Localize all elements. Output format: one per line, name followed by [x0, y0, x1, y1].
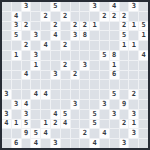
empty-cell-r14c6[interactable]: [61, 139, 70, 148]
empty-cell-r9c8[interactable]: [80, 90, 89, 99]
empty-cell-r0c1[interactable]: [12, 2, 21, 11]
empty-cell-r13c12[interactable]: [120, 129, 129, 138]
empty-cell-r0c0[interactable]: [2, 2, 11, 11]
empty-cell-r14c10[interactable]: [100, 139, 109, 148]
empty-cell-r8c0[interactable]: [2, 80, 11, 89]
empty-cell-r3c9[interactable]: [90, 31, 99, 40]
empty-cell-r12c3[interactable]: [31, 120, 40, 129]
empty-cell-r11c7[interactable]: [71, 110, 80, 119]
empty-cell-r6c13[interactable]: [129, 61, 138, 70]
clue-cell-r1c4: 2: [41, 12, 50, 21]
clue-cell-r14c1: 6: [12, 139, 21, 148]
empty-cell-r8c5[interactable]: [51, 80, 60, 89]
clue-cell-r9c13: 2: [129, 90, 138, 99]
empty-cell-r1c7[interactable]: [71, 12, 80, 21]
clue-cell-r4c6: 2: [61, 41, 70, 50]
empty-cell-r4c5[interactable]: [51, 41, 60, 50]
clue-cell-r0c2: 3: [22, 2, 31, 11]
clue-cell-r3c5: 4: [51, 31, 60, 40]
empty-cell-r10c8[interactable]: [80, 100, 89, 109]
empty-cell-r8c13[interactable]: [129, 80, 138, 89]
empty-cell-r6c12[interactable]: [120, 61, 129, 70]
empty-cell-r2c3[interactable]: [31, 22, 40, 31]
empty-cell-r14c2[interactable]: [22, 139, 31, 148]
empty-cell-r2c0[interactable]: [2, 22, 11, 31]
clue-cell-r1c1: 4: [12, 12, 21, 21]
clue-cell-r12c1: 1: [12, 120, 21, 129]
empty-cell-r4c9[interactable]: [90, 41, 99, 50]
empty-cell-r6c4[interactable]: [41, 61, 50, 70]
empty-cell-r0c4[interactable]: [41, 2, 50, 11]
empty-cell-r12c11[interactable]: [110, 120, 119, 129]
empty-cell-r10c6[interactable]: [61, 100, 70, 109]
clue-cell-r10c7: 3: [71, 100, 80, 109]
clue-cell-r12c13: 1: [129, 120, 138, 129]
empty-cell-r13c5[interactable]: [51, 129, 60, 138]
empty-cell-r7c9[interactable]: [90, 71, 99, 80]
empty-cell-r1c3[interactable]: [31, 12, 40, 21]
empty-cell-r13c1[interactable]: [12, 129, 21, 138]
empty-cell-r13c7[interactable]: [71, 129, 80, 138]
empty-cell-r13c0[interactable]: [2, 129, 11, 138]
clue-cell-r13c2: 9: [22, 129, 31, 138]
clue-cell-r1c10: 2: [100, 12, 109, 21]
empty-cell-r1c0[interactable]: [2, 12, 11, 21]
empty-cell-r2c6[interactable]: [61, 22, 70, 31]
clue-cell-r4c13: 1: [129, 41, 138, 50]
empty-cell-r10c11[interactable]: [110, 100, 119, 109]
empty-cell-r10c5[interactable]: [51, 100, 60, 109]
clue-cell-r3c3: 3: [31, 31, 40, 40]
empty-cell-r3c11[interactable]: [110, 31, 119, 40]
empty-cell-r2c10[interactable]: [100, 22, 109, 31]
clue-cell-r10c2: 4: [22, 100, 31, 109]
clue-cell-r12c4: 1: [41, 120, 50, 129]
empty-cell-r2c11[interactable]: [110, 22, 119, 31]
clue-cell-r6c11: 1: [110, 61, 119, 70]
empty-cell-r8c8[interactable]: [80, 80, 89, 89]
empty-cell-r11c12[interactable]: [120, 110, 129, 119]
clue-cell-r13c8: 2: [80, 129, 89, 138]
empty-cell-r9c2[interactable]: [22, 90, 31, 99]
empty-cell-r1c13[interactable]: [129, 12, 138, 21]
empty-cell-r9c10[interactable]: [100, 90, 109, 99]
empty-cell-r13c11[interactable]: [110, 129, 119, 138]
clue-cell-r4c4: 4: [41, 41, 50, 50]
clue-cell-r9c0: 3: [2, 90, 11, 99]
empty-cell-r7c10[interactable]: [100, 71, 109, 80]
empty-cell-r8c6[interactable]: [61, 80, 70, 89]
empty-cell-r8c2[interactable]: [22, 80, 31, 89]
empty-cell-r2c4[interactable]: [41, 22, 50, 31]
clue-cell-r0c9: 3: [90, 2, 99, 11]
empty-cell-r10c4[interactable]: [41, 100, 50, 109]
clue-cell-r2c13: 1: [129, 22, 138, 31]
empty-cell-r7c14[interactable]: [139, 71, 148, 80]
clue-cell-r13c10: 4: [100, 129, 109, 138]
empty-cell-r3c0[interactable]: [2, 31, 11, 40]
empty-cell-r11c10[interactable]: [100, 110, 109, 119]
empty-cell-r6c9[interactable]: [90, 61, 99, 70]
clue-cell-r5c11: 8: [110, 51, 119, 60]
empty-cell-r11c3[interactable]: [31, 110, 40, 119]
clue-cell-r3c1: 5: [12, 31, 21, 40]
empty-cell-r5c9[interactable]: [90, 51, 99, 60]
clue-cell-r10c10: 3: [100, 100, 109, 109]
empty-cell-r11c4[interactable]: [41, 110, 50, 119]
clue-cell-r11c6: 5: [61, 110, 70, 119]
empty-cell-r3c13[interactable]: [129, 31, 138, 40]
empty-cell-r8c3[interactable]: [31, 80, 40, 89]
empty-cell-r7c6[interactable]: [61, 71, 70, 80]
empty-cell-r14c13[interactable]: [129, 139, 138, 148]
clue-cell-r11c0: 3: [2, 110, 11, 119]
clue-cell-r14c12: 3: [120, 139, 129, 148]
clue-cell-r13c4: 4: [41, 129, 50, 138]
clue-cell-r1c12: 2: [120, 12, 129, 21]
clue-cell-r12c2: 5: [22, 120, 31, 129]
empty-cell-r5c5[interactable]: [51, 51, 60, 60]
clue-cell-r9c11: 5: [110, 90, 119, 99]
clue-cell-r10c12: 9: [120, 100, 129, 109]
clue-cell-r0c11: 4: [110, 2, 119, 11]
clue-cell-r2c5: 2: [51, 22, 60, 31]
empty-cell-r14c14[interactable]: [139, 139, 148, 148]
empty-cell-r0c14[interactable]: [139, 2, 148, 11]
empty-cell-r5c2[interactable]: [22, 51, 31, 60]
empty-cell-r8c1[interactable]: [12, 80, 21, 89]
clue-cell-r11c13: 3: [129, 110, 138, 119]
empty-cell-r12c8[interactable]: [80, 120, 89, 129]
empty-cell-r10c0[interactable]: [2, 100, 11, 109]
empty-cell-r8c12[interactable]: [120, 80, 129, 89]
empty-cell-r4c3[interactable]: [31, 41, 40, 50]
clue-cell-r13c13: 3: [129, 129, 138, 138]
empty-cell-r3c4[interactable]: [41, 31, 50, 40]
empty-cell-r6c10[interactable]: [100, 61, 109, 70]
empty-cell-r13c9[interactable]: [90, 129, 99, 138]
empty-cell-r3c6[interactable]: [61, 31, 70, 40]
empty-cell-r1c14[interactable]: [139, 12, 148, 21]
empty-cell-r6c5[interactable]: [51, 61, 60, 70]
empty-cell-r7c12[interactable]: [120, 71, 129, 80]
clue-cell-r11c5: 4: [51, 110, 60, 119]
clue-cell-r3c8: 8: [80, 31, 89, 40]
empty-cell-r3c2[interactable]: [22, 31, 31, 40]
clue-cell-r6c6: 2: [61, 61, 70, 70]
clue-cell-r0c13: 3: [129, 2, 138, 11]
empty-cell-r0c10[interactable]: [100, 2, 109, 11]
clue-cell-r6c3: 1: [31, 61, 40, 70]
clue-cell-r5c1: 1: [12, 51, 21, 60]
empty-cell-r4c10[interactable]: [100, 41, 109, 50]
empty-cell-r5c12[interactable]: [120, 51, 129, 60]
empty-cell-r6c2[interactable]: [22, 61, 31, 70]
empty-cell-r14c4[interactable]: [41, 139, 50, 148]
clue-cell-r11c2: 3: [22, 110, 31, 119]
empty-cell-r8c11[interactable]: [110, 80, 119, 89]
clue-cell-r12c6: 4: [61, 120, 70, 129]
empty-cell-r1c8[interactable]: [80, 12, 89, 21]
empty-cell-r5c7[interactable]: [71, 51, 80, 60]
empty-cell-r5c13[interactable]: [129, 51, 138, 60]
clue-cell-r14c9: 4: [90, 139, 99, 148]
empty-cell-r5c6[interactable]: [61, 51, 70, 60]
empty-cell-r4c7[interactable]: [71, 41, 80, 50]
clue-cell-r2c7: 2: [71, 22, 80, 31]
empty-cell-r6c0[interactable]: [2, 61, 11, 70]
empty-cell-r0c12[interactable]: [120, 2, 129, 11]
clue-cell-r3c7: 3: [71, 31, 80, 40]
clue-cell-r2c14: 5: [139, 22, 148, 31]
empty-cell-r10c14[interactable]: [139, 100, 148, 109]
empty-cell-r8c7[interactable]: [71, 80, 80, 89]
empty-cell-r12c10[interactable]: [100, 120, 109, 129]
empty-cell-r7c4[interactable]: [41, 71, 50, 80]
empty-cell-r10c3[interactable]: [31, 100, 40, 109]
clue-cell-r2c1: 3: [12, 22, 21, 31]
empty-cell-r11c14[interactable]: [139, 110, 148, 119]
clue-cell-r13c3: 5: [31, 129, 40, 138]
empty-cell-r7c3[interactable]: [31, 71, 40, 80]
clue-cell-r5c14: 4: [139, 51, 148, 60]
clue-cell-r4c12: 1: [120, 41, 129, 50]
empty-cell-r10c9[interactable]: [90, 100, 99, 109]
empty-cell-r6c14[interactable]: [139, 61, 148, 70]
clue-cell-r1c11: 2: [110, 12, 119, 21]
empty-cell-r5c0[interactable]: [2, 51, 11, 60]
clue-cell-r12c5: 2: [51, 120, 60, 129]
empty-cell-r13c14[interactable]: [139, 129, 148, 138]
clue-cell-r2c12: 2: [120, 22, 129, 31]
clue-cell-r9c3: 4: [31, 90, 40, 99]
empty-cell-r7c1[interactable]: [12, 71, 21, 80]
empty-cell-r8c4[interactable]: [41, 80, 50, 89]
empty-cell-r4c11[interactable]: [110, 41, 119, 50]
empty-cell-r0c6[interactable]: [61, 2, 70, 11]
clue-cell-r3c12: 5: [120, 31, 129, 40]
empty-cell-r14c8[interactable]: [80, 139, 89, 148]
empty-cell-r8c14[interactable]: [139, 80, 148, 89]
empty-cell-r0c3[interactable]: [31, 2, 40, 11]
empty-cell-r6c7[interactable]: [71, 61, 80, 70]
empty-cell-r8c9[interactable]: [90, 80, 99, 89]
empty-cell-r9c12[interactable]: [120, 90, 129, 99]
empty-cell-r9c7[interactable]: [71, 90, 80, 99]
empty-cell-r14c0[interactable]: [2, 139, 11, 148]
clue-cell-r10c1: 3: [12, 100, 21, 109]
empty-cell-r9c5[interactable]: [51, 90, 60, 99]
empty-cell-r1c2[interactable]: [22, 12, 31, 21]
empty-cell-r4c14[interactable]: [139, 41, 148, 50]
empty-cell-r14c11[interactable]: [110, 139, 119, 148]
empty-cell-r12c14[interactable]: [139, 120, 148, 129]
empty-cell-r12c7[interactable]: [71, 120, 80, 129]
clue-cell-r9c4: 4: [41, 90, 50, 99]
clue-cell-r12c0: 4: [2, 120, 11, 129]
empty-cell-r8c10[interactable]: [100, 80, 109, 89]
empty-cell-r10c13[interactable]: [129, 100, 138, 109]
empty-cell-r9c9[interactable]: [90, 90, 99, 99]
clue-cell-r2c9: 1: [90, 22, 99, 31]
clue-cell-r11c9: 5: [90, 110, 99, 119]
empty-cell-r11c1[interactable]: [12, 110, 21, 119]
clue-cell-r11c11: 3: [110, 110, 119, 119]
empty-cell-r5c8[interactable]: [80, 51, 89, 60]
empty-cell-r4c8[interactable]: [80, 41, 89, 50]
empty-cell-r4c0[interactable]: [2, 41, 11, 50]
clue-cell-r14c3: 4: [31, 139, 40, 148]
clue-cell-r2c2: 2: [22, 22, 31, 31]
empty-cell-r7c13[interactable]: [129, 71, 138, 80]
clue-cell-r6c8: 3: [80, 61, 89, 70]
clue-cell-r7c2: 4: [22, 71, 31, 80]
empty-cell-r5c4[interactable]: [41, 51, 50, 60]
empty-cell-r0c8[interactable]: [80, 2, 89, 11]
empty-cell-r9c14[interactable]: [139, 90, 148, 99]
clue-cell-r0c5: 5: [51, 2, 60, 11]
clue-cell-r2c8: 2: [80, 22, 89, 31]
empty-cell-r1c5[interactable]: [51, 12, 60, 21]
puzzle-board: 3534342222232222121553438512421113584123…: [0, 0, 150, 150]
clue-cell-r5c3: 3: [31, 51, 40, 60]
empty-cell-r6c1[interactable]: [12, 61, 21, 70]
clue-cell-r3c14: 1: [139, 31, 148, 40]
clue-cell-r7c11: 6: [110, 71, 119, 80]
empty-cell-r9c6[interactable]: [61, 90, 70, 99]
empty-cell-r1c9[interactable]: [90, 12, 99, 21]
clue-cell-r7c7: 2: [71, 71, 80, 80]
empty-cell-r0c7[interactable]: [71, 2, 80, 11]
empty-cell-r11c8[interactable]: [80, 110, 89, 119]
empty-cell-r9c1[interactable]: [12, 90, 21, 99]
empty-cell-r7c0[interactable]: [2, 71, 11, 80]
clue-cell-r5c10: 5: [100, 51, 109, 60]
empty-cell-r4c1[interactable]: [12, 41, 21, 50]
clue-cell-r7c5: 3: [51, 71, 60, 80]
empty-cell-r3c10[interactable]: [100, 31, 109, 40]
clue-cell-r1c6: 2: [61, 12, 70, 21]
clue-cell-r12c12: 2: [120, 120, 129, 129]
empty-cell-r13c6[interactable]: [61, 129, 70, 138]
clue-cell-r14c5: 3: [51, 139, 60, 148]
clue-cell-r4c2: 2: [22, 41, 31, 50]
clue-cell-r12c9: 5: [90, 120, 99, 129]
empty-cell-r14c7[interactable]: [71, 139, 80, 148]
empty-cell-r7c8[interactable]: [80, 71, 89, 80]
